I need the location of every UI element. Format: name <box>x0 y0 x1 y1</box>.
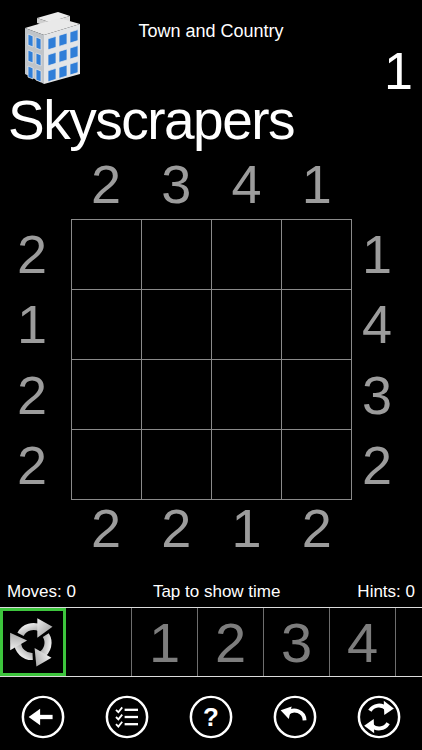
clue-right-2: 4 <box>351 289 403 359</box>
checklist-icon <box>104 694 150 740</box>
palette-toolbar: 1 2 3 4 <box>0 607 422 677</box>
clue-left-4: 2 <box>6 430 58 500</box>
hints-counter: Hints: 0 <box>357 582 415 602</box>
palette-clear-tool[interactable] <box>0 608 66 676</box>
grid-cell-r2c2[interactable] <box>142 290 211 359</box>
clues-right: 1 4 3 2 <box>351 219 403 500</box>
clue-bottom-2: 2 <box>141 499 211 557</box>
back-button[interactable] <box>20 694 66 740</box>
grid-cell-r3c4[interactable] <box>282 360 351 429</box>
clue-bottom-4: 2 <box>282 499 352 557</box>
grid-cell-r1c4[interactable] <box>282 220 351 289</box>
grid-cell-r2c3[interactable] <box>212 290 281 359</box>
moves-counter: Moves: 0 <box>7 582 76 602</box>
grid-cell-r4c1[interactable] <box>72 430 141 499</box>
clue-right-1: 1 <box>351 219 403 289</box>
grid-cell-r3c3[interactable] <box>212 360 281 429</box>
grid-cell-r4c2[interactable] <box>142 430 211 499</box>
refresh-icon <box>356 694 402 740</box>
time-toggle-label[interactable]: Tap to show time <box>153 582 281 602</box>
clues-top: 2 3 4 1 <box>71 155 352 213</box>
restart-button[interactable] <box>356 694 402 740</box>
clue-bottom-3: 1 <box>212 499 282 557</box>
clues-left: 2 1 2 2 <box>6 219 58 500</box>
grid-cell-r2c1[interactable] <box>72 290 141 359</box>
grid-cell-r3c2[interactable] <box>142 360 211 429</box>
question-mark-icon: ? <box>188 694 234 740</box>
recycle-icon <box>7 616 59 668</box>
clues-bottom: 2 2 1 2 <box>71 499 352 557</box>
grid-cell-r2c4[interactable] <box>282 290 351 359</box>
grid-cell-r1c3[interactable] <box>212 220 281 289</box>
building-app-icon[interactable] <box>13 7 89 87</box>
grid-cell-r4c3[interactable] <box>212 430 281 499</box>
app-title: Town and Country <box>0 21 422 42</box>
clue-top-1: 2 <box>71 155 141 213</box>
palette-number-4[interactable]: 4 <box>330 608 396 676</box>
palette-number-3[interactable]: 3 <box>264 608 330 676</box>
help-button[interactable]: ? <box>188 694 234 740</box>
app-screen: Town and Country 1 Skyscrapers 2 3 4 1 2… <box>0 0 422 750</box>
clue-top-2: 3 <box>141 155 211 213</box>
page-title: Skyscrapers <box>8 93 294 148</box>
clue-left-3: 2 <box>6 360 58 430</box>
grid-cell-r3c1[interactable] <box>72 360 141 429</box>
undo-arrow-icon <box>272 694 318 740</box>
clue-left-1: 2 <box>6 219 58 289</box>
clue-top-3: 4 <box>212 155 282 213</box>
clue-right-4: 2 <box>351 430 403 500</box>
back-arrow-icon <box>20 694 66 740</box>
puzzle-list-button[interactable] <box>104 694 150 740</box>
puzzle-number: 1 <box>384 45 413 97</box>
question-glyph: ? <box>203 703 219 731</box>
puzzle-grid <box>71 219 352 500</box>
bottom-nav: ? <box>0 691 422 743</box>
clue-bottom-1: 2 <box>71 499 141 557</box>
grid-cell-r1c1[interactable] <box>72 220 141 289</box>
grid-cell-r1c2[interactable] <box>142 220 211 289</box>
grid-cell-r4c4[interactable] <box>282 430 351 499</box>
palette-number-1[interactable]: 1 <box>132 608 198 676</box>
clue-left-2: 1 <box>6 289 58 359</box>
palette-number-2[interactable]: 2 <box>198 608 264 676</box>
clue-right-3: 3 <box>351 360 403 430</box>
status-bar: Moves: 0 Tap to show time Hints: 0 <box>0 582 422 602</box>
palette-spacer <box>396 608 422 676</box>
undo-button[interactable] <box>272 694 318 740</box>
clue-top-4: 1 <box>282 155 352 213</box>
palette-blank-tool[interactable] <box>66 608 132 676</box>
